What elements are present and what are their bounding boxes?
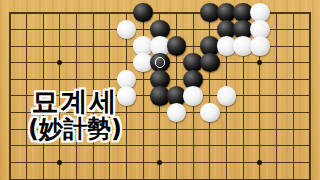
star-point xyxy=(57,60,62,65)
white-stone xyxy=(117,20,137,40)
white-stone xyxy=(167,103,187,123)
white-stone xyxy=(250,36,270,56)
black-stone xyxy=(167,36,187,56)
caption-hanja: (妙計勢) xyxy=(0,117,150,141)
star-point xyxy=(257,60,262,65)
star-point xyxy=(57,160,62,165)
star-point xyxy=(157,160,162,165)
white-stone xyxy=(183,86,203,106)
circle-marker xyxy=(155,57,166,68)
white-stone xyxy=(200,103,220,123)
white-stone xyxy=(217,86,237,106)
star-point xyxy=(257,160,262,165)
go-board-diagram: 묘계세 (妙計勢) xyxy=(0,0,320,180)
grid-line-horizontal xyxy=(9,179,311,180)
black-stone xyxy=(133,3,153,23)
grid-line-horizontal xyxy=(9,145,311,146)
caption-korean: 묘계세 xyxy=(0,88,150,115)
caption: 묘계세 (妙計勢) xyxy=(0,88,150,141)
black-stone xyxy=(200,53,220,73)
